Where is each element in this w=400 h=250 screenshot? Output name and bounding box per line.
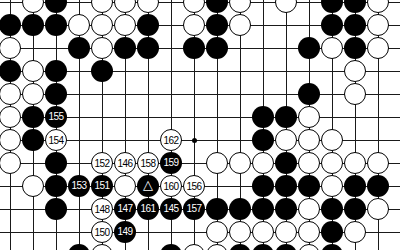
white-stone bbox=[298, 106, 320, 128]
white-stone bbox=[252, 152, 274, 174]
black-stone bbox=[275, 198, 297, 220]
black-stone: 145 bbox=[160, 198, 182, 220]
black-stone: 153 bbox=[68, 175, 90, 197]
black-stone bbox=[137, 14, 159, 36]
white-stone bbox=[114, 175, 136, 197]
star-point bbox=[192, 138, 197, 143]
move-number-label: 146 bbox=[115, 153, 135, 174]
white-stone bbox=[321, 129, 343, 151]
white-stone bbox=[367, 152, 389, 174]
white-stone bbox=[275, 129, 297, 151]
white-stone bbox=[0, 37, 21, 59]
black-stone bbox=[114, 37, 136, 59]
white-stone bbox=[183, 0, 205, 13]
black-stone bbox=[22, 129, 44, 151]
go-board[interactable]: 155154162152146158159153151△160156148147… bbox=[0, 0, 400, 250]
black-stone bbox=[321, 198, 343, 220]
black-stone bbox=[275, 106, 297, 128]
white-stone bbox=[183, 244, 205, 250]
black-stone bbox=[68, 244, 90, 250]
black-stone bbox=[344, 14, 366, 36]
move-number-label: 162 bbox=[161, 130, 181, 151]
black-stone bbox=[229, 244, 251, 250]
black-stone bbox=[160, 244, 182, 250]
move-number-label: 161 bbox=[137, 198, 159, 219]
black-stone: △ bbox=[137, 175, 159, 197]
black-stone bbox=[275, 175, 297, 197]
black-stone bbox=[252, 106, 274, 128]
white-stone bbox=[137, 0, 159, 13]
white-stone bbox=[344, 221, 366, 243]
black-stone bbox=[45, 0, 67, 13]
black-stone bbox=[206, 0, 228, 13]
black-stone bbox=[321, 14, 343, 36]
white-stone bbox=[367, 198, 389, 220]
black-stone bbox=[22, 14, 44, 36]
black-stone bbox=[321, 244, 343, 250]
white-stone bbox=[206, 221, 228, 243]
black-stone bbox=[206, 14, 228, 36]
black-stone: 155 bbox=[45, 106, 67, 128]
white-stone bbox=[321, 37, 343, 59]
white-stone bbox=[114, 0, 136, 13]
black-stone bbox=[183, 37, 205, 59]
white-stone bbox=[252, 221, 274, 243]
white-stone bbox=[206, 152, 228, 174]
black-stone: 157 bbox=[183, 198, 205, 220]
move-number-label: 152 bbox=[92, 153, 112, 174]
black-stone bbox=[137, 37, 159, 59]
white-stone bbox=[0, 83, 21, 105]
move-number-label: 156 bbox=[184, 176, 204, 197]
white-stone: 154 bbox=[45, 129, 67, 151]
white-stone: 150 bbox=[91, 221, 113, 243]
black-stone bbox=[45, 60, 67, 82]
move-number-label: 148 bbox=[92, 199, 112, 220]
move-number-label: 158 bbox=[138, 153, 158, 174]
move-number-label: 160 bbox=[161, 176, 181, 197]
white-stone bbox=[367, 14, 389, 36]
white-stone bbox=[275, 221, 297, 243]
black-stone bbox=[0, 14, 21, 36]
black-stone bbox=[252, 175, 274, 197]
black-stone bbox=[298, 83, 320, 105]
white-stone bbox=[344, 152, 366, 174]
move-number-label: 147 bbox=[114, 198, 136, 219]
black-stone bbox=[45, 83, 67, 105]
white-stone bbox=[275, 0, 297, 13]
white-stone bbox=[114, 14, 136, 36]
white-stone bbox=[321, 175, 343, 197]
white-stone: 152 bbox=[91, 152, 113, 174]
black-stone: 151 bbox=[91, 175, 113, 197]
white-stone bbox=[91, 244, 113, 250]
black-stone bbox=[298, 175, 320, 197]
black-stone bbox=[45, 152, 67, 174]
black-stone: 147 bbox=[114, 198, 136, 220]
white-stone bbox=[68, 14, 90, 36]
black-stone bbox=[252, 129, 274, 151]
white-stone bbox=[91, 37, 113, 59]
black-stone bbox=[321, 0, 343, 13]
white-stone bbox=[298, 152, 320, 174]
white-stone: 160 bbox=[160, 175, 182, 197]
white-stone bbox=[91, 14, 113, 36]
move-number-label: 151 bbox=[91, 175, 113, 196]
black-stone bbox=[344, 175, 366, 197]
white-stone bbox=[321, 152, 343, 174]
black-stone bbox=[45, 14, 67, 36]
white-stone bbox=[298, 244, 320, 250]
black-stone bbox=[275, 244, 297, 250]
white-stone bbox=[91, 0, 113, 13]
black-stone bbox=[229, 198, 251, 220]
black-stone bbox=[321, 221, 343, 243]
white-stone bbox=[229, 221, 251, 243]
black-stone bbox=[45, 198, 67, 220]
move-number-label: 149 bbox=[114, 221, 136, 242]
black-stone bbox=[344, 198, 366, 220]
black-stone bbox=[344, 0, 366, 13]
white-stone bbox=[22, 175, 44, 197]
white-stone bbox=[0, 152, 21, 174]
black-stone: 159 bbox=[160, 152, 182, 174]
black-stone bbox=[206, 37, 228, 59]
white-stone bbox=[0, 106, 21, 128]
white-stone bbox=[367, 37, 389, 59]
black-stone bbox=[91, 60, 113, 82]
white-stone bbox=[229, 0, 251, 13]
black-stone bbox=[298, 37, 320, 59]
move-number-label: 145 bbox=[160, 198, 182, 219]
white-stone bbox=[22, 83, 44, 105]
triangle-marker: △ bbox=[137, 175, 159, 195]
black-stone bbox=[0, 60, 21, 82]
black-stone bbox=[252, 198, 274, 220]
move-number-label: 154 bbox=[46, 130, 66, 151]
black-stone bbox=[206, 198, 228, 220]
move-number-label: 153 bbox=[68, 175, 90, 196]
white-stone: 146 bbox=[114, 152, 136, 174]
white-stone bbox=[298, 221, 320, 243]
move-number-label: 155 bbox=[45, 106, 67, 127]
black-stone: 161 bbox=[137, 198, 159, 220]
white-stone bbox=[0, 129, 21, 151]
white-stone bbox=[344, 60, 366, 82]
black-stone bbox=[68, 37, 90, 59]
white-stone bbox=[229, 152, 251, 174]
white-stone bbox=[229, 14, 251, 36]
move-number-label: 159 bbox=[160, 152, 182, 173]
white-stone bbox=[298, 198, 320, 220]
white-stone: 158 bbox=[137, 152, 159, 174]
white-stone: 156 bbox=[183, 175, 205, 197]
white-stone bbox=[206, 244, 228, 250]
white-stone bbox=[22, 60, 44, 82]
white-stone: 148 bbox=[91, 198, 113, 220]
white-stone bbox=[22, 0, 44, 13]
move-number-label: 157 bbox=[183, 198, 205, 219]
black-stone: 149 bbox=[114, 221, 136, 243]
white-stone bbox=[344, 83, 366, 105]
black-stone bbox=[22, 106, 44, 128]
black-stone bbox=[252, 244, 274, 250]
white-stone bbox=[367, 0, 389, 13]
white-stone bbox=[183, 14, 205, 36]
white-stone bbox=[298, 129, 320, 151]
black-stone bbox=[344, 37, 366, 59]
black-stone bbox=[45, 175, 67, 197]
black-stone bbox=[367, 175, 389, 197]
black-stone bbox=[275, 152, 297, 174]
white-stone: 162 bbox=[160, 129, 182, 151]
move-number-label: 150 bbox=[92, 222, 112, 243]
